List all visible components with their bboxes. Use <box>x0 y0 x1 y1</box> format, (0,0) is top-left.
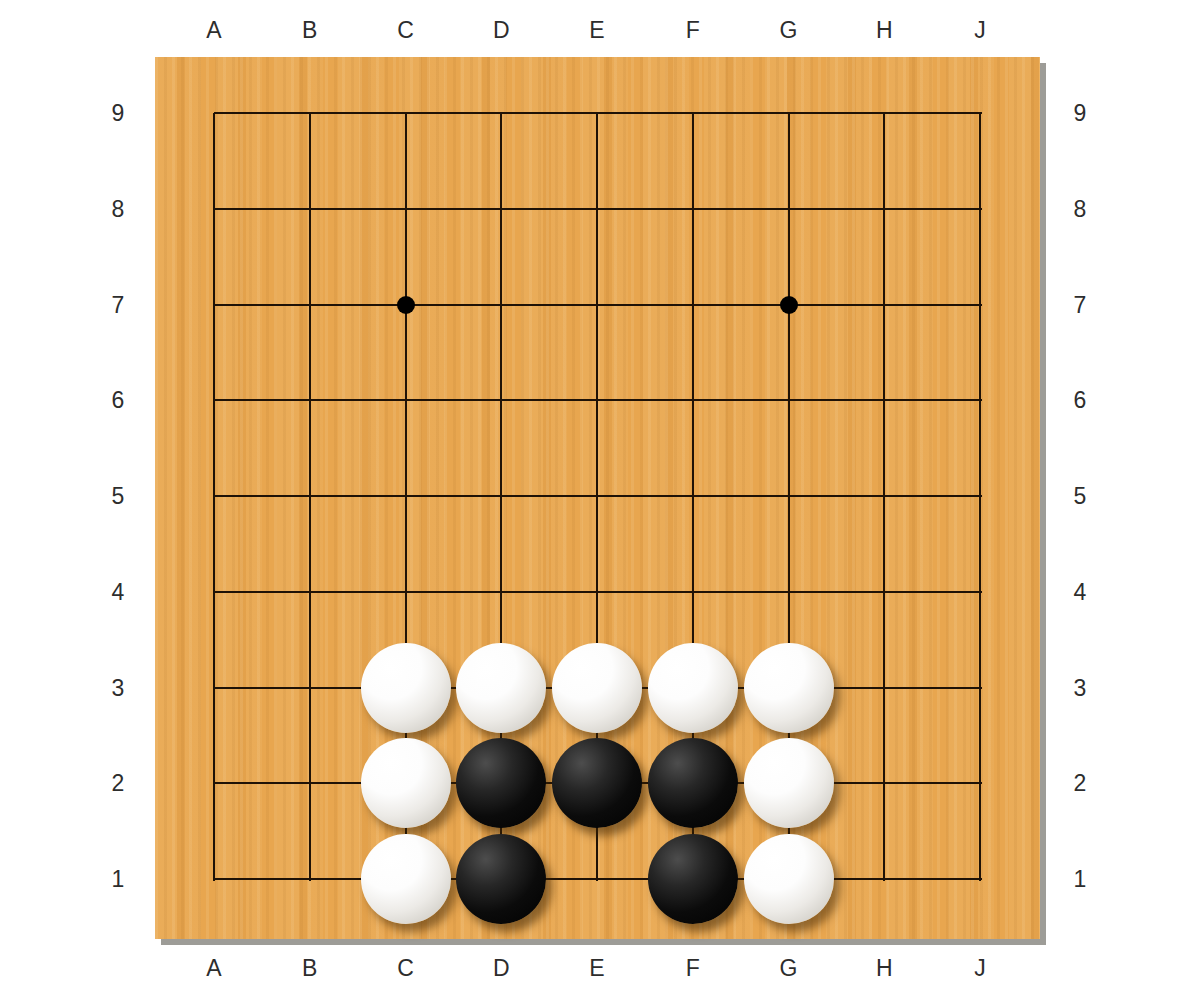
grid-hline-4 <box>214 591 982 593</box>
white-stone-F3 <box>648 643 738 733</box>
coord-right-9: 9 <box>1074 102 1087 125</box>
coord-bottom-C: C <box>397 957 414 980</box>
white-stone-E3 <box>552 643 642 733</box>
coord-bottom-J: J <box>974 957 986 980</box>
white-stone-G2 <box>744 738 834 828</box>
coord-top-E: E <box>589 19 604 42</box>
go-board[interactable] <box>155 57 1040 939</box>
coord-bottom-D: D <box>493 957 510 980</box>
coord-bottom-H: H <box>876 957 893 980</box>
coord-left-1: 1 <box>112 868 125 891</box>
coord-right-6: 6 <box>1074 389 1087 412</box>
coord-bottom-E: E <box>589 957 604 980</box>
grid-hline-6 <box>214 399 982 401</box>
coord-left-5: 5 <box>112 485 125 508</box>
white-stone-C2 <box>361 738 451 828</box>
coord-right-3: 3 <box>1074 676 1087 699</box>
coord-left-3: 3 <box>112 676 125 699</box>
coord-bottom-B: B <box>302 957 317 980</box>
coord-bottom-G: G <box>780 957 798 980</box>
coord-right-1: 1 <box>1074 868 1087 891</box>
coord-top-G: G <box>780 19 798 42</box>
coord-top-B: B <box>302 19 317 42</box>
grid-hline-7 <box>214 304 982 306</box>
coord-left-7: 7 <box>112 293 125 316</box>
coord-top-A: A <box>206 19 221 42</box>
coord-bottom-F: F <box>686 957 700 980</box>
coord-left-2: 2 <box>112 772 125 795</box>
coord-top-J: J <box>974 19 986 42</box>
coord-right-2: 2 <box>1074 772 1087 795</box>
star-point-C7 <box>397 296 415 314</box>
black-stone-D2 <box>456 738 546 828</box>
coord-left-9: 9 <box>112 102 125 125</box>
coord-bottom-A: A <box>206 957 221 980</box>
coord-top-D: D <box>493 19 510 42</box>
white-stone-G1 <box>744 834 834 924</box>
grid-vline-H <box>883 113 885 881</box>
coord-right-7: 7 <box>1074 293 1087 316</box>
black-stone-F2 <box>648 738 738 828</box>
star-point-G7 <box>780 296 798 314</box>
white-stone-G3 <box>744 643 834 733</box>
grid-hline-5 <box>214 495 982 497</box>
grid-hline-1 <box>214 878 982 880</box>
grid-vline-B <box>309 113 311 881</box>
black-stone-F1 <box>648 834 738 924</box>
coord-top-C: C <box>397 19 414 42</box>
go-diagram-page: AABBCCDDEEFFGGHHJJ998877665544332211 <box>0 0 1200 1000</box>
white-stone-D3 <box>456 643 546 733</box>
coord-top-H: H <box>876 19 893 42</box>
coord-top-F: F <box>686 19 700 42</box>
grid-vline-J <box>979 113 981 881</box>
coord-left-8: 8 <box>112 197 125 220</box>
grid-hline-8 <box>214 208 982 210</box>
grid-vline-A <box>213 113 215 881</box>
coord-right-5: 5 <box>1074 485 1087 508</box>
coord-right-4: 4 <box>1074 580 1087 603</box>
coord-left-6: 6 <box>112 389 125 412</box>
white-stone-C3 <box>361 643 451 733</box>
grid-hline-9 <box>214 112 982 114</box>
coord-left-4: 4 <box>112 580 125 603</box>
black-stone-E2 <box>552 738 642 828</box>
black-stone-D1 <box>456 834 546 924</box>
white-stone-C1 <box>361 834 451 924</box>
coord-right-8: 8 <box>1074 197 1087 220</box>
